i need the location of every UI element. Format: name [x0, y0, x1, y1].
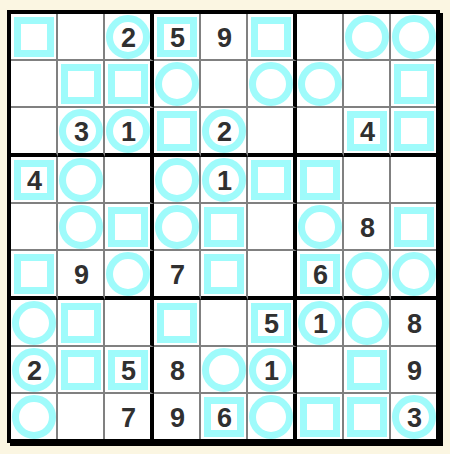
- square-mark: [108, 64, 148, 104]
- cell-r6c8[interactable]: [344, 251, 391, 300]
- sudoku-board: 2593124418976518258197963: [7, 10, 440, 443]
- circle-mark: [249, 395, 293, 439]
- cell-r1c8[interactable]: [344, 14, 391, 61]
- cell-r1c1[interactable]: [11, 14, 58, 61]
- cell-r7c1[interactable]: [11, 300, 58, 347]
- cell-r9c5[interactable]: 6: [201, 394, 248, 439]
- square-mark: [394, 64, 434, 104]
- cell-r4c8[interactable]: [344, 157, 391, 204]
- cell-r8c5[interactable]: [201, 347, 248, 394]
- given-digit: 3: [391, 394, 436, 439]
- cell-r3c7[interactable]: [297, 108, 344, 157]
- given-digit: 2: [201, 108, 246, 153]
- cell-r5c6[interactable]: [248, 204, 297, 251]
- given-digit: 9: [154, 394, 199, 439]
- cell-r5c4[interactable]: [154, 204, 201, 251]
- cell-r5c9[interactable]: [391, 204, 436, 251]
- given-digit: 9: [201, 14, 246, 59]
- cell-r3c8[interactable]: 4: [344, 108, 391, 157]
- circle-mark: [345, 15, 389, 59]
- given-digit: 1: [248, 347, 293, 392]
- cell-r4c4[interactable]: [154, 157, 201, 204]
- cell-r6c5[interactable]: [201, 251, 248, 300]
- cell-r7c6[interactable]: 5: [248, 300, 297, 347]
- given-digit: 7: [105, 394, 150, 439]
- given-digit: 5: [105, 347, 150, 392]
- page-background: 2593124418976518258197963: [0, 0, 450, 451]
- cell-r5c5[interactable]: [201, 204, 248, 251]
- cell-r3c2[interactable]: 3: [58, 108, 105, 157]
- cell-r1c9[interactable]: [391, 14, 436, 61]
- cell-r5c3[interactable]: [105, 204, 154, 251]
- square-mark: [157, 111, 197, 151]
- cell-r5c7[interactable]: [297, 204, 344, 251]
- square-mark: [61, 350, 101, 390]
- given-digit: 5: [248, 300, 293, 345]
- cell-r9c3[interactable]: 7: [105, 394, 154, 439]
- cell-r2c7[interactable]: [297, 61, 344, 108]
- circle-mark: [298, 62, 342, 106]
- given-digit: 1: [297, 300, 342, 345]
- circle-mark: [12, 301, 56, 345]
- cell-r3c6[interactable]: [248, 108, 297, 157]
- cell-r2c5[interactable]: [201, 61, 248, 108]
- square-mark: [61, 64, 101, 104]
- cell-r9c7[interactable]: [297, 394, 344, 439]
- circle-mark: [59, 158, 103, 202]
- given-digit: 1: [105, 108, 150, 153]
- square-mark: [300, 397, 340, 437]
- circle-mark: [59, 205, 103, 249]
- square-mark: [204, 207, 244, 247]
- cell-r4c7[interactable]: [297, 157, 344, 204]
- given-digit: 9: [58, 251, 103, 296]
- given-digit: 6: [201, 394, 246, 439]
- cell-r8c7[interactable]: [297, 347, 344, 394]
- cell-r6c9[interactable]: [391, 251, 436, 300]
- cell-r8c3[interactable]: 5: [105, 347, 154, 394]
- cell-r9c2[interactable]: [58, 394, 105, 439]
- cell-r9c9[interactable]: 3: [391, 394, 436, 439]
- cell-r6c4[interactable]: 7: [154, 251, 201, 300]
- cell-r9c6[interactable]: [248, 394, 297, 439]
- cell-r3c3[interactable]: 1: [105, 108, 154, 157]
- cell-r5c8[interactable]: 8: [344, 204, 391, 251]
- circle-mark: [155, 205, 199, 249]
- cell-r2c1[interactable]: [11, 61, 58, 108]
- cell-r7c2[interactable]: [58, 300, 105, 347]
- cell-r8c9[interactable]: 9: [391, 347, 436, 394]
- given-digit: 5: [154, 14, 199, 59]
- cell-r1c2[interactable]: [58, 14, 105, 61]
- cell-r2c8[interactable]: [344, 61, 391, 108]
- circle-mark: [345, 301, 389, 345]
- square-mark: [61, 303, 101, 343]
- cell-r8c1[interactable]: 2: [11, 347, 58, 394]
- circle-mark: [298, 205, 342, 249]
- circle-mark: [345, 252, 389, 296]
- cell-r2c2[interactable]: [58, 61, 105, 108]
- cell-r6c1[interactable]: [11, 251, 58, 300]
- circle-mark: [106, 252, 150, 296]
- given-digit: 8: [391, 300, 436, 345]
- cell-r2c3[interactable]: [105, 61, 154, 108]
- cell-r4c9[interactable]: [391, 157, 436, 204]
- square-mark: [394, 111, 434, 151]
- square-mark: [251, 160, 291, 200]
- cell-r9c4[interactable]: 9: [154, 394, 201, 439]
- circle-mark: [392, 15, 436, 59]
- given-digit: 7: [154, 251, 199, 296]
- cell-r3c5[interactable]: 2: [201, 108, 248, 157]
- cell-r1c7[interactable]: [297, 14, 344, 61]
- given-digit: 4: [344, 108, 389, 153]
- cell-r2c9[interactable]: [391, 61, 436, 108]
- square-mark: [204, 254, 244, 294]
- circle-mark: [12, 395, 56, 439]
- given-digit: 4: [11, 157, 56, 202]
- cell-r7c8[interactable]: [344, 300, 391, 347]
- given-digit: 2: [105, 14, 150, 59]
- cell-r1c4[interactable]: 5: [154, 14, 201, 61]
- cell-r3c4[interactable]: [154, 108, 201, 157]
- cell-r6c6[interactable]: [248, 251, 297, 300]
- cell-r7c7[interactable]: 1: [297, 300, 344, 347]
- cell-r1c3[interactable]: 2: [105, 14, 154, 61]
- cell-r4c2[interactable]: [58, 157, 105, 204]
- cell-r9c8[interactable]: [344, 394, 391, 439]
- cell-r6c2[interactable]: 9: [58, 251, 105, 300]
- circle-mark: [202, 348, 246, 392]
- cell-r5c1[interactable]: [11, 204, 58, 251]
- square-mark: [300, 160, 340, 200]
- square-mark: [251, 17, 291, 57]
- cell-r9c1[interactable]: [11, 394, 58, 439]
- cell-r2c6[interactable]: [248, 61, 297, 108]
- cell-r4c5[interactable]: 1: [201, 157, 248, 204]
- given-digit: 9: [391, 347, 436, 392]
- cell-r5c2[interactable]: [58, 204, 105, 251]
- cell-r2c4[interactable]: [154, 61, 201, 108]
- cell-r4c6[interactable]: [248, 157, 297, 204]
- cell-r7c5[interactable]: [201, 300, 248, 347]
- cell-r3c1[interactable]: [11, 108, 58, 157]
- square-mark: [347, 350, 387, 390]
- square-mark: [347, 397, 387, 437]
- given-digit: 8: [344, 204, 389, 249]
- cell-r8c2[interactable]: [58, 347, 105, 394]
- circle-mark: [155, 62, 199, 106]
- cell-r6c7[interactable]: 6: [297, 251, 344, 300]
- cell-r6c3[interactable]: [105, 251, 154, 300]
- cell-r8c8[interactable]: [344, 347, 391, 394]
- given-digit: 1: [201, 157, 246, 202]
- given-digit: 3: [58, 108, 103, 153]
- square-mark: [14, 254, 54, 294]
- cell-r8c6[interactable]: 1: [248, 347, 297, 394]
- cell-r1c6[interactable]: [248, 14, 297, 61]
- cell-r1c5[interactable]: 9: [201, 14, 248, 61]
- cell-r8c4[interactable]: 8: [154, 347, 201, 394]
- cell-r3c9[interactable]: [391, 108, 436, 157]
- square-mark: [394, 207, 434, 247]
- square-mark: [14, 17, 54, 57]
- cell-r4c1[interactable]: 4: [11, 157, 58, 204]
- cell-r7c9[interactable]: 8: [391, 300, 436, 347]
- given-digit: 8: [154, 347, 199, 392]
- circle-mark: [155, 158, 199, 202]
- circle-mark: [249, 62, 293, 106]
- square-mark: [108, 207, 148, 247]
- given-digit: 2: [11, 347, 56, 392]
- square-mark: [157, 303, 197, 343]
- circle-mark: [392, 252, 436, 296]
- cell-r4c3[interactable]: [105, 157, 154, 204]
- given-digit: 6: [297, 251, 342, 296]
- cell-r7c3[interactable]: [105, 300, 154, 347]
- cell-r7c4[interactable]: [154, 300, 201, 347]
